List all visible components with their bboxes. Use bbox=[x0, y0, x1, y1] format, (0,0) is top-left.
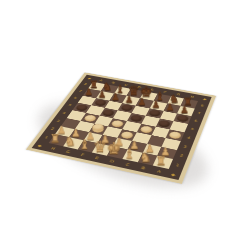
rank-label: 1 bbox=[174, 163, 179, 167]
rank-label: 2 bbox=[178, 153, 183, 157]
rank-label: 4 bbox=[186, 136, 190, 140]
file-label: H bbox=[50, 146, 56, 150]
knight-icon: ♞ bbox=[137, 150, 152, 163]
dark-pawn-piece: ♟ bbox=[82, 87, 95, 96]
corner-ornament-icon: ◆ bbox=[198, 95, 212, 103]
product-photo-chess-checkers-set: ABCDEFGH HGFEDCBA 87654321 87654321 ◆ ◆ … bbox=[0, 0, 235, 235]
dark-pawn-piece: ♟ bbox=[122, 94, 135, 104]
file-label: E bbox=[94, 155, 99, 159]
pawn-icon: ♟ bbox=[135, 97, 149, 107]
light-bishop-piece: ♝ bbox=[77, 138, 92, 151]
light-checker-disc bbox=[168, 130, 182, 139]
rank-label: 6 bbox=[193, 119, 197, 122]
file-label: G bbox=[65, 149, 71, 153]
bishop-icon: ♝ bbox=[77, 138, 92, 151]
rank-label: 6 bbox=[72, 96, 77, 99]
pawn-icon: ♟ bbox=[82, 87, 95, 96]
rank-label: 8 bbox=[83, 82, 87, 85]
dark-checker-disc bbox=[129, 114, 143, 122]
dark-pawn-piece: ♟ bbox=[163, 102, 177, 112]
file-label: B bbox=[140, 165, 145, 169]
pawn-icon: ♟ bbox=[163, 102, 177, 112]
dark-checker-disc bbox=[101, 109, 115, 117]
dark-pawn-piece: ♟ bbox=[177, 104, 191, 114]
pawn-icon: ♟ bbox=[149, 99, 163, 109]
bishop-icon: ♝ bbox=[122, 147, 137, 160]
file-label: F bbox=[80, 152, 85, 156]
pawn-icon: ♟ bbox=[95, 89, 108, 98]
rook-icon: ♜ bbox=[48, 133, 63, 145]
light-bishop-piece: ♝ bbox=[122, 147, 137, 160]
light-checker-disc bbox=[139, 125, 153, 133]
light-checker-disc bbox=[110, 119, 124, 127]
chess-board: ABCDEFGH HGFEDCBA 87654321 87654321 ◆ ◆ … bbox=[25, 72, 215, 183]
rank-label: 7 bbox=[196, 111, 200, 114]
knight-icon: ♞ bbox=[62, 134, 77, 147]
rank-label: 3 bbox=[182, 144, 187, 148]
queen-icon: ♛ bbox=[91, 138, 106, 153]
rank-label: 5 bbox=[67, 103, 72, 106]
dark-checker-disc bbox=[157, 119, 171, 127]
square-f5 bbox=[141, 115, 159, 126]
light-checker-disc bbox=[82, 114, 96, 122]
pawn-icon: ♟ bbox=[109, 92, 122, 102]
rank-label: 5 bbox=[190, 127, 194, 130]
light-rook-piece: ♜ bbox=[48, 133, 63, 145]
file-label: C bbox=[125, 162, 130, 166]
dark-checker-disc bbox=[120, 104, 133, 112]
light-rook-piece: ♜ bbox=[153, 155, 169, 167]
dark-checker-disc bbox=[175, 114, 188, 122]
king-icon: ♚ bbox=[106, 140, 121, 156]
dark-checker-disc bbox=[93, 99, 107, 106]
dark-pawn-piece: ♟ bbox=[149, 99, 163, 109]
dark-pawn-piece: ♟ bbox=[95, 89, 108, 98]
dark-checker-disc bbox=[147, 109, 160, 117]
rank-label: 3 bbox=[55, 119, 60, 122]
board-border-band: ABCDEFGH HGFEDCBA 87654321 87654321 ◆ ◆ … bbox=[31, 74, 211, 179]
pawn-icon: ♟ bbox=[177, 104, 191, 114]
light-queen-piece: ♛ bbox=[91, 138, 106, 153]
file-label: A bbox=[156, 169, 161, 173]
rook-icon: ♜ bbox=[153, 155, 169, 167]
rank-label: 8 bbox=[200, 104, 204, 107]
square-d5 bbox=[113, 110, 131, 120]
rank-label: 4 bbox=[61, 111, 66, 114]
file-label: D bbox=[109, 159, 115, 163]
light-knight-piece: ♞ bbox=[137, 150, 152, 163]
dark-pawn-piece: ♟ bbox=[109, 92, 122, 102]
pawn-icon: ♟ bbox=[122, 94, 135, 104]
dark-checker-disc bbox=[74, 104, 88, 112]
dark-pawn-piece: ♟ bbox=[135, 97, 149, 107]
light-knight-piece: ♞ bbox=[62, 134, 77, 147]
light-king-piece: ♚ bbox=[106, 140, 121, 156]
